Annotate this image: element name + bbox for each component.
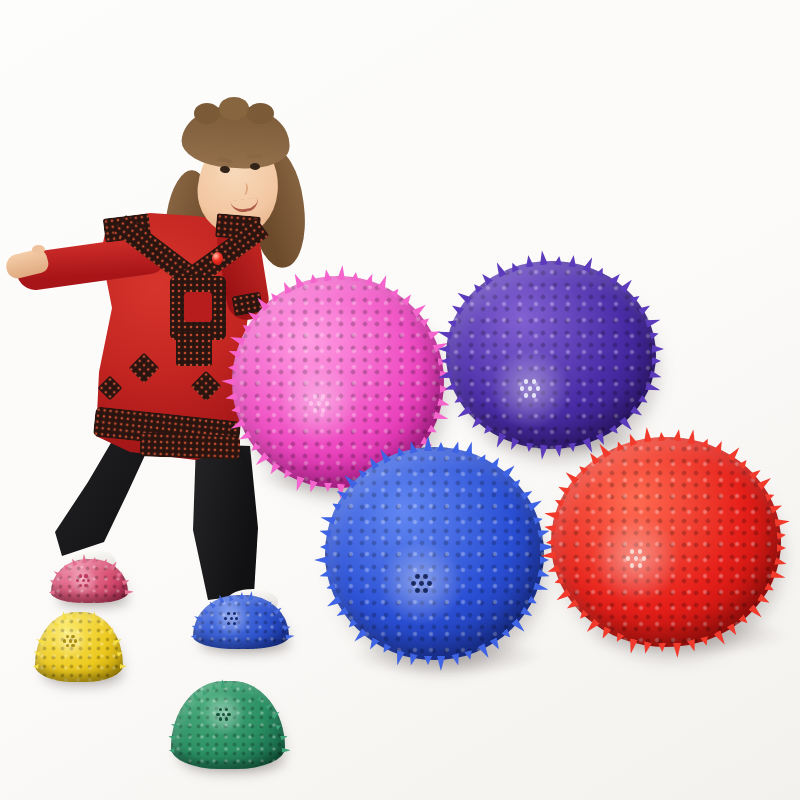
pod-small-green <box>171 681 285 769</box>
child-hair-curl <box>247 103 274 124</box>
child-hair-curl <box>219 97 249 120</box>
embroidery-chest-motif-center <box>184 292 212 322</box>
embroidery-hem-band <box>140 432 241 459</box>
pod-large-purple <box>446 261 656 449</box>
child-hair-curl <box>194 103 220 124</box>
pod-large-red <box>551 437 781 647</box>
child-thumb <box>32 245 45 254</box>
collar-button <box>212 252 223 265</box>
pod-small-yellow <box>35 612 123 682</box>
child-right-leg <box>186 440 264 605</box>
pod-large-blue <box>325 447 544 660</box>
child-right-eyebrow <box>247 154 262 159</box>
product-photo-scene <box>0 0 800 800</box>
embroidery-center-drop <box>176 332 212 366</box>
